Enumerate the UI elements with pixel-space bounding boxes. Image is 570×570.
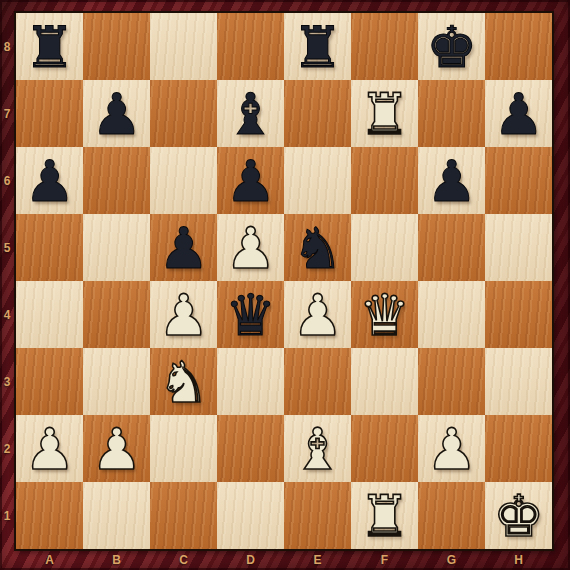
piece-white-knight: ♞ — [150, 349, 217, 415]
piece-black-pawn: ♟ — [418, 148, 485, 214]
square-b1[interactable] — [83, 482, 150, 549]
square-a7[interactable] — [16, 80, 83, 147]
square-c6[interactable] — [150, 147, 217, 214]
square-g2[interactable]: ♟ — [418, 415, 485, 482]
square-b5[interactable] — [83, 214, 150, 281]
square-f7[interactable]: ♜ — [351, 80, 418, 147]
square-b3[interactable] — [83, 348, 150, 415]
square-c3[interactable]: ♞ — [150, 348, 217, 415]
square-h7[interactable]: ♟ — [485, 80, 552, 147]
piece-black-pawn: ♟ — [217, 148, 284, 214]
square-f6[interactable] — [351, 147, 418, 214]
square-d5[interactable]: ♟ — [217, 214, 284, 281]
square-a2[interactable]: ♟ — [16, 415, 83, 482]
square-g7[interactable] — [418, 80, 485, 147]
square-e5[interactable]: ♞ — [284, 214, 351, 281]
square-e2[interactable]: ♝ — [284, 415, 351, 482]
square-f3[interactable] — [351, 348, 418, 415]
square-d3[interactable] — [217, 348, 284, 415]
square-h4[interactable] — [485, 281, 552, 348]
file-label-g: G — [418, 551, 485, 569]
square-d6[interactable]: ♟ — [217, 147, 284, 214]
rank-labels: 87654321 — [0, 13, 14, 549]
piece-black-pawn: ♟ — [150, 215, 217, 281]
piece-black-pawn: ♟ — [16, 148, 83, 214]
square-c5[interactable]: ♟ — [150, 214, 217, 281]
file-labels: ABCDEFGH — [16, 551, 552, 569]
square-a8[interactable]: ♜ — [16, 13, 83, 80]
piece-black-king: ♚ — [418, 14, 485, 80]
square-g1[interactable] — [418, 482, 485, 549]
file-label-e: E — [284, 551, 351, 569]
square-c1[interactable] — [150, 482, 217, 549]
rank-label-1: 1 — [0, 482, 14, 549]
rank-label-8: 8 — [0, 13, 14, 80]
square-g6[interactable]: ♟ — [418, 147, 485, 214]
square-f1[interactable]: ♜ — [351, 482, 418, 549]
square-b4[interactable] — [83, 281, 150, 348]
file-label-h: H — [485, 551, 552, 569]
square-h1[interactable]: ♚ — [485, 482, 552, 549]
square-d8[interactable] — [217, 13, 284, 80]
square-d1[interactable] — [217, 482, 284, 549]
square-b8[interactable] — [83, 13, 150, 80]
rank-label-5: 5 — [0, 214, 14, 281]
piece-white-rook: ♜ — [351, 81, 418, 147]
piece-white-pawn: ♟ — [217, 215, 284, 281]
square-e3[interactable] — [284, 348, 351, 415]
piece-black-pawn: ♟ — [83, 81, 150, 147]
square-c2[interactable] — [150, 415, 217, 482]
piece-black-rook: ♜ — [284, 14, 351, 80]
piece-white-rook: ♜ — [351, 483, 418, 549]
piece-white-pawn: ♟ — [418, 416, 485, 482]
square-e8[interactable]: ♜ — [284, 13, 351, 80]
square-e6[interactable] — [284, 147, 351, 214]
square-d4[interactable]: ♛ — [217, 281, 284, 348]
chess-board: ♜♜♚♟♝♜♟♟♟♟♟♟♞♟♛♟♛♞♟♟♝♟♜♚ — [14, 11, 554, 551]
piece-white-pawn: ♟ — [83, 416, 150, 482]
square-a6[interactable]: ♟ — [16, 147, 83, 214]
square-a1[interactable] — [16, 482, 83, 549]
square-a5[interactable] — [16, 214, 83, 281]
piece-white-pawn: ♟ — [150, 282, 217, 348]
square-d2[interactable] — [217, 415, 284, 482]
file-label-d: D — [217, 551, 284, 569]
square-e1[interactable] — [284, 482, 351, 549]
rank-label-2: 2 — [0, 415, 14, 482]
file-label-a: A — [16, 551, 83, 569]
rank-label-4: 4 — [0, 281, 14, 348]
square-c7[interactable] — [150, 80, 217, 147]
square-g3[interactable] — [418, 348, 485, 415]
file-label-c: C — [150, 551, 217, 569]
square-f5[interactable] — [351, 214, 418, 281]
square-h6[interactable] — [485, 147, 552, 214]
square-g5[interactable] — [418, 214, 485, 281]
piece-black-knight: ♞ — [284, 215, 351, 281]
square-h8[interactable] — [485, 13, 552, 80]
square-c8[interactable] — [150, 13, 217, 80]
piece-black-rook: ♜ — [16, 14, 83, 80]
piece-white-pawn: ♟ — [16, 416, 83, 482]
piece-black-bishop: ♝ — [217, 81, 284, 147]
file-label-f: F — [351, 551, 418, 569]
rank-label-3: 3 — [0, 348, 14, 415]
square-a4[interactable] — [16, 281, 83, 348]
piece-white-pawn: ♟ — [284, 282, 351, 348]
square-c4[interactable]: ♟ — [150, 281, 217, 348]
square-g4[interactable] — [418, 281, 485, 348]
square-e4[interactable]: ♟ — [284, 281, 351, 348]
square-d7[interactable]: ♝ — [217, 80, 284, 147]
piece-white-king: ♚ — [485, 483, 552, 549]
square-h3[interactable] — [485, 348, 552, 415]
piece-black-pawn: ♟ — [485, 81, 552, 147]
rank-label-7: 7 — [0, 80, 14, 147]
piece-black-queen: ♛ — [217, 282, 284, 348]
file-label-b: B — [83, 551, 150, 569]
square-e7[interactable] — [284, 80, 351, 147]
piece-white-queen: ♛ — [351, 282, 418, 348]
square-f2[interactable] — [351, 415, 418, 482]
square-h5[interactable] — [485, 214, 552, 281]
square-b7[interactable]: ♟ — [83, 80, 150, 147]
piece-white-bishop: ♝ — [284, 416, 351, 482]
square-g8[interactable]: ♚ — [418, 13, 485, 80]
square-f4[interactable]: ♛ — [351, 281, 418, 348]
rank-label-6: 6 — [0, 147, 14, 214]
square-f8[interactable] — [351, 13, 418, 80]
square-h2[interactable] — [485, 415, 552, 482]
square-a3[interactable] — [16, 348, 83, 415]
square-b2[interactable]: ♟ — [83, 415, 150, 482]
chess-board-frame: 87654321 ♜♜♚♟♝♜♟♟♟♟♟♟♞♟♛♟♛♞♟♟♝♟♜♚ ABCDEF… — [0, 0, 570, 570]
square-b6[interactable] — [83, 147, 150, 214]
